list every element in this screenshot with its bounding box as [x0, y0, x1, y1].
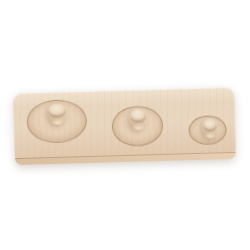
board-top-surface	[13, 87, 236, 158]
slot-large	[13, 91, 100, 158]
puzzle-piece-large[interactable]	[26, 99, 87, 144]
puzzle-piece-small[interactable]	[188, 115, 227, 145]
knob-cap-large	[49, 104, 66, 116]
knob-medium[interactable]	[129, 108, 149, 131]
knob-large[interactable]	[47, 103, 68, 126]
knob-small[interactable]	[201, 118, 219, 138]
slot-medium	[98, 89, 175, 156]
puzzle-board	[13, 87, 236, 165]
slot-small	[173, 87, 236, 154]
knob-cap-medium	[130, 109, 146, 121]
slot-row	[13, 87, 236, 158]
puzzle-piece-medium[interactable]	[111, 105, 163, 146]
product-photo	[0, 0, 250, 250]
knob-cap-small	[203, 119, 217, 130]
